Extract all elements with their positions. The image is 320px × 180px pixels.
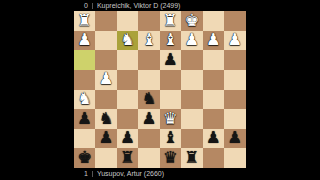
square-c2[interactable]: ♟ bbox=[181, 31, 202, 51]
square-d1[interactable]: ♜ bbox=[160, 11, 181, 31]
white-bishop-piece: ♝ bbox=[163, 32, 178, 49]
square-e1[interactable] bbox=[138, 11, 159, 31]
top-player-score: 0 bbox=[84, 2, 88, 10]
square-f8[interactable]: ♜ bbox=[117, 148, 138, 168]
square-f4[interactable] bbox=[117, 70, 138, 90]
square-d4[interactable] bbox=[160, 70, 181, 90]
black-rook-piece: ♜ bbox=[185, 149, 200, 166]
square-d6[interactable]: ♛ bbox=[160, 109, 181, 129]
square-d5[interactable] bbox=[160, 90, 181, 110]
white-bishop-piece: ♝ bbox=[142, 32, 157, 49]
white-pawn-piece: ♟ bbox=[227, 32, 242, 49]
white-rook-piece: ♜ bbox=[163, 12, 178, 29]
square-b1[interactable] bbox=[203, 11, 224, 31]
score-divider bbox=[92, 171, 93, 177]
square-g8[interactable] bbox=[95, 148, 116, 168]
square-c5[interactable] bbox=[181, 90, 202, 110]
square-h2[interactable]: ♟ bbox=[74, 31, 95, 51]
square-a4[interactable] bbox=[224, 70, 245, 90]
square-e7[interactable] bbox=[138, 129, 159, 149]
square-c4[interactable] bbox=[181, 70, 202, 90]
top-player-bar: 0 Kupreichik, Viktor D (2499) bbox=[74, 0, 246, 11]
square-b7[interactable]: ♟ bbox=[203, 129, 224, 149]
square-c8[interactable]: ♜ bbox=[181, 148, 202, 168]
square-h4[interactable] bbox=[74, 70, 95, 90]
white-knight-piece: ♞ bbox=[120, 32, 135, 49]
square-f1[interactable] bbox=[117, 11, 138, 31]
square-e5[interactable]: ♞ bbox=[138, 90, 159, 110]
white-pawn-piece: ♟ bbox=[77, 32, 92, 49]
square-h7[interactable] bbox=[74, 129, 95, 149]
square-g5[interactable] bbox=[95, 90, 116, 110]
square-a1[interactable] bbox=[224, 11, 245, 31]
square-d8[interactable]: ♛ bbox=[160, 148, 181, 168]
black-queen-piece: ♛ bbox=[163, 149, 178, 166]
square-b4[interactable] bbox=[203, 70, 224, 90]
square-e2[interactable]: ♝ bbox=[138, 31, 159, 51]
chess-board[interactable]: ♜♜♚♟♞♝♝♟♟♟♟♟♞♞♟♞♟♛♟♟♝♟♟♚♜♛♜ bbox=[74, 11, 246, 168]
square-d3[interactable]: ♟ bbox=[160, 50, 181, 70]
black-pawn-piece: ♟ bbox=[142, 110, 157, 127]
square-a7[interactable]: ♟ bbox=[224, 129, 245, 149]
square-f5[interactable] bbox=[117, 90, 138, 110]
top-player-name: Kupreichik, Viktor D (2499) bbox=[97, 2, 181, 10]
black-bishop-piece: ♝ bbox=[163, 130, 178, 147]
square-c3[interactable] bbox=[181, 50, 202, 70]
square-f6[interactable] bbox=[117, 109, 138, 129]
black-pawn-piece: ♟ bbox=[120, 130, 135, 147]
white-queen-piece: ♛ bbox=[163, 110, 178, 127]
square-a6[interactable] bbox=[224, 109, 245, 129]
square-f2[interactable]: ♞ bbox=[117, 31, 138, 51]
white-pawn-piece: ♟ bbox=[185, 32, 200, 49]
square-a3[interactable] bbox=[224, 50, 245, 70]
white-rook-piece: ♜ bbox=[77, 12, 92, 29]
square-a2[interactable]: ♟ bbox=[224, 31, 245, 51]
square-h1[interactable]: ♜ bbox=[74, 11, 95, 31]
white-knight-piece: ♞ bbox=[77, 91, 92, 108]
square-g4[interactable]: ♟ bbox=[95, 70, 116, 90]
square-g2[interactable] bbox=[95, 31, 116, 51]
square-e3[interactable] bbox=[138, 50, 159, 70]
square-f3[interactable] bbox=[117, 50, 138, 70]
square-f7[interactable]: ♟ bbox=[117, 129, 138, 149]
square-g3[interactable] bbox=[95, 50, 116, 70]
white-pawn-piece: ♟ bbox=[99, 71, 114, 88]
square-b2[interactable]: ♟ bbox=[203, 31, 224, 51]
square-b5[interactable] bbox=[203, 90, 224, 110]
black-king-piece: ♚ bbox=[77, 149, 92, 166]
white-pawn-piece: ♟ bbox=[206, 32, 221, 49]
white-king-piece: ♚ bbox=[185, 12, 200, 29]
bottom-player-score: 1 bbox=[84, 170, 88, 178]
square-e6[interactable]: ♟ bbox=[138, 109, 159, 129]
square-c6[interactable] bbox=[181, 109, 202, 129]
square-b3[interactable] bbox=[203, 50, 224, 70]
square-b6[interactable] bbox=[203, 109, 224, 129]
black-rook-piece: ♜ bbox=[120, 149, 135, 166]
square-c1[interactable]: ♚ bbox=[181, 11, 202, 31]
square-g7[interactable]: ♟ bbox=[95, 129, 116, 149]
square-e4[interactable] bbox=[138, 70, 159, 90]
square-h6[interactable]: ♟ bbox=[74, 109, 95, 129]
black-knight-piece: ♞ bbox=[99, 110, 114, 127]
black-knight-piece: ♞ bbox=[142, 91, 157, 108]
square-g1[interactable] bbox=[95, 11, 116, 31]
black-pawn-piece: ♟ bbox=[163, 51, 178, 68]
square-d7[interactable]: ♝ bbox=[160, 129, 181, 149]
square-a5[interactable] bbox=[224, 90, 245, 110]
square-e8[interactable] bbox=[138, 148, 159, 168]
square-b8[interactable] bbox=[203, 148, 224, 168]
square-g6[interactable]: ♞ bbox=[95, 109, 116, 129]
bottom-player-name: Yusupov, Artur (2660) bbox=[97, 170, 164, 178]
square-h8[interactable]: ♚ bbox=[74, 148, 95, 168]
black-pawn-piece: ♟ bbox=[77, 110, 92, 127]
square-h5[interactable]: ♞ bbox=[74, 90, 95, 110]
black-pawn-piece: ♟ bbox=[99, 130, 114, 147]
black-pawn-piece: ♟ bbox=[206, 130, 221, 147]
black-pawn-piece: ♟ bbox=[227, 130, 242, 147]
square-a8[interactable] bbox=[224, 148, 245, 168]
bottom-player-bar: 1 Yusupov, Artur (2660) bbox=[74, 168, 246, 180]
square-h3[interactable] bbox=[74, 50, 95, 70]
square-c7[interactable] bbox=[181, 129, 202, 149]
score-divider bbox=[92, 3, 93, 9]
square-d2[interactable]: ♝ bbox=[160, 31, 181, 51]
